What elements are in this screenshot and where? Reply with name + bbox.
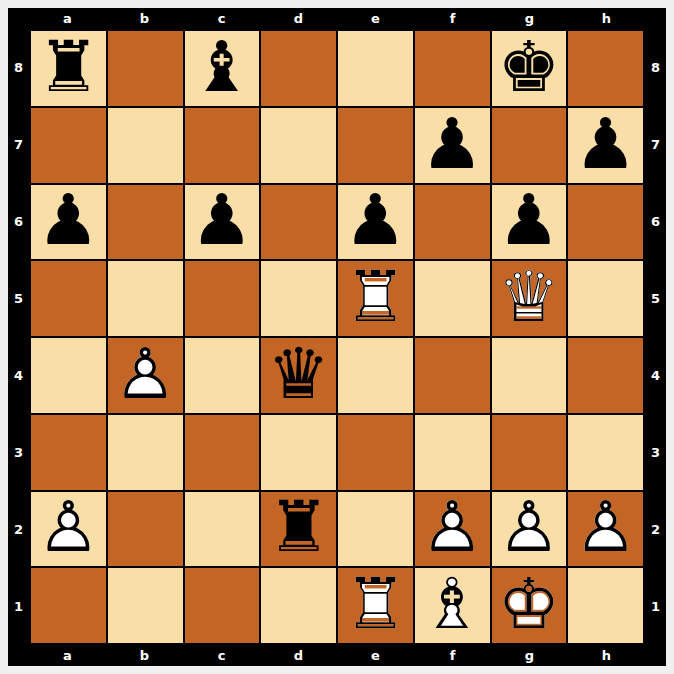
board-frame: abcdefgh 87654321 ♜♝♚♟♟♟♟♟♟♜♖♛♕♟♙♛♟♙♜♟♙♟… bbox=[8, 8, 666, 666]
rank-label-3: 3 bbox=[8, 414, 29, 491]
file-label-h: h bbox=[568, 8, 645, 29]
square-c4[interactable] bbox=[185, 338, 260, 413]
chess-board[interactable]: ♜♝♚♟♟♟♟♟♟♜♖♛♕♟♙♛♟♙♜♟♙♟♙♟♙♜♖♝♗♚♔ bbox=[29, 29, 645, 645]
square-h6[interactable] bbox=[568, 185, 643, 260]
file-label-e: e bbox=[337, 8, 414, 29]
square-g1[interactable]: ♚♔ bbox=[492, 568, 567, 643]
square-d7[interactable] bbox=[261, 108, 336, 183]
file-label-b: b bbox=[106, 8, 183, 29]
square-f1[interactable]: ♝♗ bbox=[415, 568, 490, 643]
square-f3[interactable] bbox=[415, 415, 490, 490]
file-label-e: e bbox=[337, 645, 414, 666]
square-b6[interactable] bbox=[108, 185, 183, 260]
square-c8[interactable]: ♝ bbox=[185, 31, 260, 106]
file-label-f: f bbox=[414, 8, 491, 29]
frame-corner-top-right bbox=[645, 8, 666, 29]
square-g3[interactable] bbox=[492, 415, 567, 490]
square-a7[interactable] bbox=[31, 108, 106, 183]
square-d2[interactable]: ♜ bbox=[261, 492, 336, 567]
square-g7[interactable] bbox=[492, 108, 567, 183]
rank-label-5: 5 bbox=[8, 260, 29, 337]
rank-label-6: 6 bbox=[645, 183, 666, 260]
black-bishop[interactable]: ♝ bbox=[185, 31, 260, 106]
rank-label-5: 5 bbox=[645, 260, 666, 337]
square-f6[interactable] bbox=[415, 185, 490, 260]
square-c7[interactable] bbox=[185, 108, 260, 183]
square-d5[interactable] bbox=[261, 261, 336, 336]
file-label-c: c bbox=[183, 645, 260, 666]
square-b4[interactable]: ♟♙ bbox=[108, 338, 183, 413]
square-e8[interactable] bbox=[338, 31, 413, 106]
rank-label-8: 8 bbox=[8, 29, 29, 106]
black-rook[interactable]: ♜ bbox=[31, 31, 106, 106]
square-f2[interactable]: ♟♙ bbox=[415, 492, 490, 567]
square-d4[interactable]: ♛ bbox=[261, 338, 336, 413]
square-b5[interactable] bbox=[108, 261, 183, 336]
square-h8[interactable] bbox=[568, 31, 643, 106]
black-pawn[interactable]: ♟ bbox=[31, 185, 106, 260]
white-rook[interactable]: ♖ bbox=[338, 568, 413, 643]
square-h3[interactable] bbox=[568, 415, 643, 490]
square-e3[interactable] bbox=[338, 415, 413, 490]
white-pawn[interactable]: ♙ bbox=[492, 492, 567, 567]
black-queen[interactable]: ♛ bbox=[261, 338, 336, 413]
file-label-g: g bbox=[491, 645, 568, 666]
black-pawn[interactable]: ♟ bbox=[415, 108, 490, 183]
square-e5[interactable]: ♜♖ bbox=[338, 261, 413, 336]
square-f7[interactable]: ♟ bbox=[415, 108, 490, 183]
square-c5[interactable] bbox=[185, 261, 260, 336]
square-f8[interactable] bbox=[415, 31, 490, 106]
frame-corner-top-left bbox=[8, 8, 29, 29]
square-g5[interactable]: ♛♕ bbox=[492, 261, 567, 336]
square-f4[interactable] bbox=[415, 338, 490, 413]
frame-corner-bottom-right bbox=[645, 645, 666, 666]
rank-label-2: 2 bbox=[8, 491, 29, 568]
square-d8[interactable] bbox=[261, 31, 336, 106]
square-d1[interactable] bbox=[261, 568, 336, 643]
black-rook[interactable]: ♜ bbox=[261, 492, 336, 567]
square-h5[interactable] bbox=[568, 261, 643, 336]
rank-label-4: 4 bbox=[8, 337, 29, 414]
square-h7[interactable]: ♟ bbox=[568, 108, 643, 183]
square-b7[interactable] bbox=[108, 108, 183, 183]
square-b3[interactable] bbox=[108, 415, 183, 490]
square-g2[interactable]: ♟♙ bbox=[492, 492, 567, 567]
white-pawn[interactable]: ♙ bbox=[568, 492, 643, 567]
rank-label-1: 1 bbox=[8, 568, 29, 645]
white-pawn[interactable]: ♙ bbox=[108, 338, 183, 413]
square-c2[interactable] bbox=[185, 492, 260, 567]
square-c1[interactable] bbox=[185, 568, 260, 643]
white-bishop[interactable]: ♗ bbox=[415, 568, 490, 643]
file-label-d: d bbox=[260, 8, 337, 29]
white-pawn[interactable]: ♙ bbox=[31, 492, 106, 567]
square-e6[interactable]: ♟ bbox=[338, 185, 413, 260]
white-king[interactable]: ♔ bbox=[492, 568, 567, 643]
square-a3[interactable] bbox=[31, 415, 106, 490]
rank-label-6: 6 bbox=[8, 183, 29, 260]
white-queen[interactable]: ♕ bbox=[492, 261, 567, 336]
square-h1[interactable] bbox=[568, 568, 643, 643]
square-f5[interactable] bbox=[415, 261, 490, 336]
black-pawn[interactable]: ♟ bbox=[185, 185, 260, 260]
square-d3[interactable] bbox=[261, 415, 336, 490]
file-label-f: f bbox=[414, 645, 491, 666]
black-pawn[interactable]: ♟ bbox=[338, 185, 413, 260]
black-king[interactable]: ♚ bbox=[492, 31, 567, 106]
square-c3[interactable] bbox=[185, 415, 260, 490]
square-a6[interactable]: ♟ bbox=[31, 185, 106, 260]
white-rook[interactable]: ♖ bbox=[338, 261, 413, 336]
white-pawn[interactable]: ♙ bbox=[415, 492, 490, 567]
square-a4[interactable] bbox=[31, 338, 106, 413]
page: { "game": "chess", "position": { "fen": … bbox=[0, 0, 674, 674]
square-g4[interactable] bbox=[492, 338, 567, 413]
square-d6[interactable] bbox=[261, 185, 336, 260]
rank-label-1: 1 bbox=[645, 568, 666, 645]
rank-labels-right: 87654321 bbox=[645, 29, 666, 645]
rank-label-7: 7 bbox=[645, 106, 666, 183]
square-e7[interactable] bbox=[338, 108, 413, 183]
black-pawn[interactable]: ♟ bbox=[568, 108, 643, 183]
square-a2[interactable]: ♟♙ bbox=[31, 492, 106, 567]
rank-labels-left: 87654321 bbox=[8, 29, 29, 645]
square-h2[interactable]: ♟♙ bbox=[568, 492, 643, 567]
file-label-b: b bbox=[106, 645, 183, 666]
file-labels-bottom: abcdefgh bbox=[29, 645, 645, 666]
black-pawn[interactable]: ♟ bbox=[492, 185, 567, 260]
square-a1[interactable] bbox=[31, 568, 106, 643]
square-g8[interactable]: ♚ bbox=[492, 31, 567, 106]
square-e1[interactable]: ♜♖ bbox=[338, 568, 413, 643]
frame-corner-bottom-left bbox=[8, 645, 29, 666]
file-label-a: a bbox=[29, 645, 106, 666]
square-c6[interactable]: ♟ bbox=[185, 185, 260, 260]
rank-label-7: 7 bbox=[8, 106, 29, 183]
square-a8[interactable]: ♜ bbox=[31, 31, 106, 106]
rank-label-4: 4 bbox=[645, 337, 666, 414]
square-b1[interactable] bbox=[108, 568, 183, 643]
square-h4[interactable] bbox=[568, 338, 643, 413]
file-label-d: d bbox=[260, 645, 337, 666]
square-b2[interactable] bbox=[108, 492, 183, 567]
rank-label-2: 2 bbox=[645, 491, 666, 568]
square-g6[interactable]: ♟ bbox=[492, 185, 567, 260]
rank-label-8: 8 bbox=[645, 29, 666, 106]
rank-label-3: 3 bbox=[645, 414, 666, 491]
square-e2[interactable] bbox=[338, 492, 413, 567]
file-label-h: h bbox=[568, 645, 645, 666]
square-e4[interactable] bbox=[338, 338, 413, 413]
square-b8[interactable] bbox=[108, 31, 183, 106]
square-a5[interactable] bbox=[31, 261, 106, 336]
